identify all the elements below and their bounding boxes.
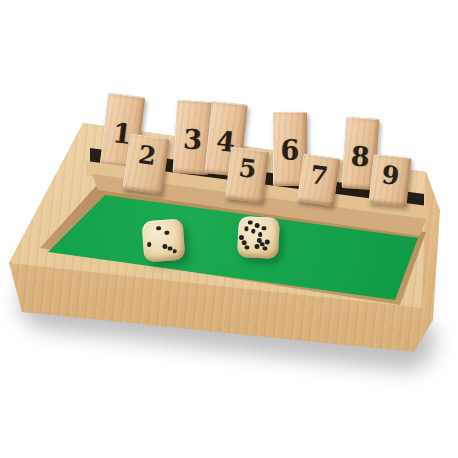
right-die-top-pip — [258, 232, 263, 237]
right-die-right-pip — [254, 244, 259, 249]
left-die-top-pip — [156, 226, 161, 231]
right-die-right-pip — [265, 240, 270, 245]
right-die-left-pip — [244, 245, 249, 250]
left-die-left-pip — [147, 242, 152, 247]
left-die-right-pip — [172, 249, 177, 254]
left-die-right-pip — [167, 246, 172, 251]
right-die-top-pip — [251, 229, 256, 234]
right-die-top-pip — [255, 223, 260, 228]
left-die-right-pip — [162, 244, 167, 249]
right-die-top-pip — [248, 220, 253, 225]
right-die-left-pip — [239, 235, 244, 240]
shut-the-box-product-photo: 13468 2579 — [0, 0, 458, 458]
right-die-top-pip — [244, 226, 249, 231]
right-die-top-pip — [261, 226, 266, 231]
dice-area — [0, 0, 458, 458]
left-die-top-pip — [165, 230, 170, 235]
left-die[interactable] — [142, 219, 186, 263]
right-die-right-pip — [262, 246, 267, 251]
right-die[interactable] — [237, 216, 280, 259]
right-die-left-pip — [242, 240, 247, 245]
